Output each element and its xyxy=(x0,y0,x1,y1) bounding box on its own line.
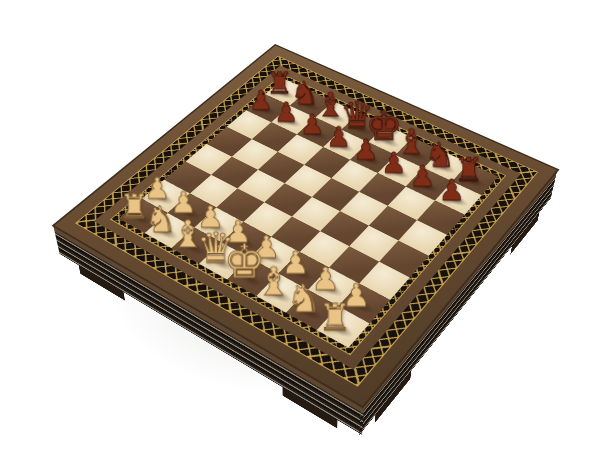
board-frame: ♜♞♝♛♚♝♞♜♟♟♟♟♟♟♟♟♟♟♟♟♟♟♟♟♜♞♝♛♚♝♞♜ xyxy=(52,44,560,408)
piece-black-pawn-a7[interactable]: ♟ xyxy=(249,87,273,114)
frame-inlay-band-outer: ♜♞♝♛♚♝♞♜♟♟♟♟♟♟♟♟♟♟♟♟♟♟♟♟♜♞♝♛♚♝♞♜ xyxy=(75,55,538,386)
piece-black-pawn-h7[interactable]: ♟ xyxy=(439,176,465,205)
chess-board: ♜♞♝♛♚♝♞♜♟♟♟♟♟♟♟♟♟♟♟♟♟♟♟♟♜♞♝♛♚♝♞♜ xyxy=(52,44,560,408)
board-foot xyxy=(510,212,539,255)
piece-black-pawn-d7[interactable]: ♟ xyxy=(326,123,351,151)
photo-background: ♜♞♝♛♚♝♞♜♟♟♟♟♟♟♟♟♟♟♟♟♟♟♟♟♜♞♝♛♚♝♞♜ xyxy=(0,0,592,461)
board-foot xyxy=(283,387,338,428)
board-foot xyxy=(375,370,412,423)
piece-white-knight-g1[interactable]: ♞ xyxy=(287,279,322,318)
perspective-scene: ♜♞♝♛♚♝♞♜♟♟♟♟♟♟♟♟♟♟♟♟♟♟♟♟♜♞♝♛♚♝♞♜ xyxy=(0,0,592,461)
board-foot xyxy=(79,265,125,301)
frame-walnut-band: ♜♞♝♛♚♝♞♜♟♟♟♟♟♟♟♟♟♟♟♟♟♟♟♟♜♞♝♛♚♝♞♜ xyxy=(94,65,521,369)
piece-black-pawn-e7[interactable]: ♟ xyxy=(353,136,378,164)
piece-black-pawn-b7[interactable]: ♟ xyxy=(274,99,298,126)
piece-black-pawn-g7[interactable]: ♟ xyxy=(409,162,435,191)
piece-black-pawn-f7[interactable]: ♟ xyxy=(381,149,407,177)
piece-white-rook-h1[interactable]: ♜ xyxy=(318,298,351,335)
piece-black-pawn-c7[interactable]: ♟ xyxy=(300,111,325,138)
